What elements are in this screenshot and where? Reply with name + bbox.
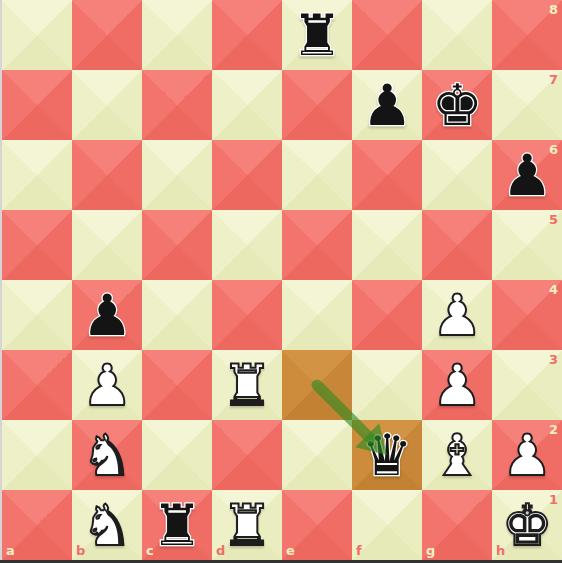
black-queen-icon[interactable]: ♛♛	[352, 420, 422, 490]
white-bishop-glyph: ♝	[422, 420, 492, 490]
white-pawn-glyph: ♟	[422, 280, 492, 350]
white-rook-glyph: ♜	[212, 350, 282, 420]
black-rook-icon[interactable]: ♜♜	[282, 0, 352, 70]
white-pawn-icon[interactable]: ♟♟	[422, 350, 492, 420]
file-label-c: c	[146, 544, 154, 557]
square-a1[interactable]: a	[2, 490, 72, 560]
file-label-b: b	[76, 544, 85, 557]
square-d3[interactable]: ♜♜	[212, 350, 282, 420]
square-a7[interactable]	[2, 70, 72, 140]
square-f6[interactable]	[352, 140, 422, 210]
square-a8[interactable]	[2, 0, 72, 70]
square-c4[interactable]	[142, 280, 212, 350]
file-label-g: g	[426, 544, 435, 557]
black-pawn-icon[interactable]: ♟♟	[352, 70, 422, 140]
white-knight-glyph: ♞	[72, 420, 142, 490]
square-e6[interactable]	[282, 140, 352, 210]
square-b1[interactable]: ♞♞b	[72, 490, 142, 560]
black-pawn-icon[interactable]: ♟♟	[72, 280, 142, 350]
white-knight-fill: ♞	[72, 420, 142, 490]
square-c2[interactable]	[142, 420, 212, 490]
square-h3[interactable]: 3	[492, 350, 562, 420]
square-c3[interactable]	[142, 350, 212, 420]
square-f5[interactable]	[352, 210, 422, 280]
square-b8[interactable]	[72, 0, 142, 70]
white-pawn-icon[interactable]: ♟♟	[422, 280, 492, 350]
white-bishop-icon[interactable]: ♝♝	[422, 420, 492, 490]
square-c8[interactable]	[142, 0, 212, 70]
square-b4[interactable]: ♟♟	[72, 280, 142, 350]
white-pawn-icon[interactable]: ♟♟	[72, 350, 142, 420]
black-pawn-fill: ♟	[72, 280, 142, 350]
square-b7[interactable]	[72, 70, 142, 140]
square-d6[interactable]	[212, 140, 282, 210]
square-d7[interactable]	[212, 70, 282, 140]
board-frame: ♜♜8♟♟♚♚7♟♟65♟♟♟♟4♟♟♜♜♟♟3♞♞♛♛♝♝♟♟2a♞♞b♜♜c…	[0, 0, 562, 563]
file-label-d: d	[216, 544, 225, 557]
square-d4[interactable]	[212, 280, 282, 350]
square-f1[interactable]: f	[352, 490, 422, 560]
square-f4[interactable]	[352, 280, 422, 350]
square-g3[interactable]: ♟♟	[422, 350, 492, 420]
square-e8[interactable]: ♜♜	[282, 0, 352, 70]
square-h8[interactable]: 8	[492, 0, 562, 70]
black-queen-glyph: ♛	[352, 420, 422, 490]
rank-label-1: 1	[549, 493, 558, 506]
square-g6[interactable]	[422, 140, 492, 210]
square-g1[interactable]: g	[422, 490, 492, 560]
square-b2[interactable]: ♞♞	[72, 420, 142, 490]
square-e5[interactable]	[282, 210, 352, 280]
white-pawn-fill: ♟	[422, 280, 492, 350]
rank-label-2: 2	[549, 423, 558, 436]
black-queen-fill: ♛	[352, 420, 422, 490]
black-king-glyph: ♚	[422, 70, 492, 140]
square-f7[interactable]: ♟♟	[352, 70, 422, 140]
square-a4[interactable]	[2, 280, 72, 350]
white-rook-icon[interactable]: ♜♜	[212, 350, 282, 420]
square-d1[interactable]: ♜♜d	[212, 490, 282, 560]
square-c6[interactable]	[142, 140, 212, 210]
white-rook-fill: ♜	[212, 350, 282, 420]
rank-label-6: 6	[549, 143, 558, 156]
square-e2[interactable]	[282, 420, 352, 490]
square-e1[interactable]: e	[282, 490, 352, 560]
square-a2[interactable]	[2, 420, 72, 490]
square-d8[interactable]	[212, 0, 282, 70]
rank-label-8: 8	[549, 3, 558, 16]
black-pawn-glyph: ♟	[72, 280, 142, 350]
white-pawn-glyph: ♟	[422, 350, 492, 420]
square-c7[interactable]	[142, 70, 212, 140]
square-g4[interactable]: ♟♟	[422, 280, 492, 350]
square-h6[interactable]: ♟♟6	[492, 140, 562, 210]
square-b6[interactable]	[72, 140, 142, 210]
black-rook-fill: ♜	[282, 0, 352, 70]
white-pawn-fill: ♟	[422, 350, 492, 420]
square-d2[interactable]	[212, 420, 282, 490]
file-label-a: a	[6, 544, 15, 557]
black-king-fill: ♚	[422, 70, 492, 140]
square-a5[interactable]	[2, 210, 72, 280]
square-h5[interactable]: 5	[492, 210, 562, 280]
square-g8[interactable]	[422, 0, 492, 70]
white-knight-icon[interactable]: ♞♞	[72, 420, 142, 490]
rank-label-4: 4	[549, 283, 558, 296]
square-a6[interactable]	[2, 140, 72, 210]
black-king-icon[interactable]: ♚♚	[422, 70, 492, 140]
file-label-h: h	[496, 544, 505, 557]
black-pawn-fill: ♟	[352, 70, 422, 140]
rank-label-7: 7	[549, 73, 558, 86]
file-label-e: e	[286, 544, 295, 557]
rank-label-5: 5	[549, 213, 558, 226]
square-d5[interactable]	[212, 210, 282, 280]
square-b3[interactable]: ♟♟	[72, 350, 142, 420]
square-g2[interactable]: ♝♝	[422, 420, 492, 490]
square-h2[interactable]: ♟♟2	[492, 420, 562, 490]
square-g7[interactable]: ♚♚	[422, 70, 492, 140]
square-f8[interactable]	[352, 0, 422, 70]
square-b5[interactable]	[72, 210, 142, 280]
rank-label-3: 3	[549, 353, 558, 366]
square-h1[interactable]: ♚♚1h	[492, 490, 562, 560]
black-pawn-glyph: ♟	[352, 70, 422, 140]
white-pawn-glyph: ♟	[72, 350, 142, 420]
file-label-f: f	[356, 544, 362, 557]
square-a3[interactable]	[2, 350, 72, 420]
square-g5[interactable]	[422, 210, 492, 280]
square-e3[interactable]	[282, 350, 352, 420]
square-f2[interactable]: ♛♛	[352, 420, 422, 490]
black-rook-glyph: ♜	[282, 0, 352, 70]
square-c5[interactable]	[142, 210, 212, 280]
square-h7[interactable]: 7	[492, 70, 562, 140]
white-pawn-fill: ♟	[72, 350, 142, 420]
square-e7[interactable]	[282, 70, 352, 140]
square-f3[interactable]	[352, 350, 422, 420]
chess-board: ♜♜8♟♟♚♚7♟♟65♟♟♟♟4♟♟♜♜♟♟3♞♞♛♛♝♝♟♟2a♞♞b♜♜c…	[2, 0, 562, 560]
square-e4[interactable]	[282, 280, 352, 350]
square-h4[interactable]: 4	[492, 280, 562, 350]
white-bishop-fill: ♝	[422, 420, 492, 490]
square-c1[interactable]: ♜♜c	[142, 490, 212, 560]
